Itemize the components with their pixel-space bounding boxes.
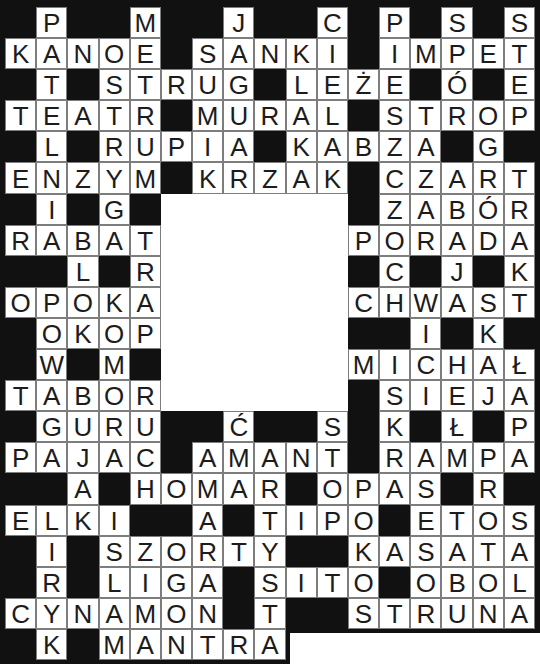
letter-cell-r3c6-M[interactable]: M (192, 100, 223, 131)
letter-cell-r9c1-P[interactable]: P (36, 287, 67, 318)
letter-cell-r19c14-U[interactable]: U (441, 598, 472, 629)
letter-cell-r16c14-T[interactable]: T (441, 505, 472, 536)
black-cell-r10c0 (5, 318, 36, 349)
letter-cell-r3c15-O[interactable]: O (473, 100, 504, 131)
letter-cell-r3c10-L[interactable]: L (317, 100, 348, 131)
letter-cell-r0c10-C[interactable]: C (317, 7, 348, 38)
letter-cell-r2c3-S[interactable]: S (99, 69, 130, 100)
letter-cell-r4c7-A[interactable]: A (223, 131, 254, 162)
black-cell-r4c14 (441, 131, 472, 162)
black-cell-r0c0 (5, 7, 36, 38)
letter-cell-r17c12-A[interactable]: A (379, 536, 410, 567)
black-cell-r0c5 (161, 7, 192, 38)
letter-cell-r5c12-C[interactable]: C (379, 162, 410, 193)
letter-cell-r17c11-K[interactable]: K (348, 536, 379, 567)
image-window-area (161, 349, 192, 380)
letter-cell-r17c15-T[interactable]: T (473, 536, 504, 567)
letter-cell-r13c3-R[interactable]: R (99, 411, 130, 442)
letter-cell-r6c3-G[interactable]: G (99, 194, 130, 225)
image-window-area (192, 287, 223, 318)
letter-cell-r3c8-R[interactable]: R (254, 100, 285, 131)
letter-cell-r15c7-A[interactable]: A (223, 473, 254, 504)
letter-cell-r20c8-A[interactable]: A (254, 629, 285, 660)
letter-cell-r3c3-T[interactable]: T (99, 100, 130, 131)
letter-cell-r14c13-A[interactable]: A (410, 442, 441, 473)
letter-cell-r18c10-T[interactable]: T (317, 567, 348, 598)
black-cell-r19c9 (286, 598, 317, 629)
letter-cell-r5c0-E[interactable]: E (5, 162, 36, 193)
letter-cell-r18c13-O[interactable]: O (410, 567, 441, 598)
letter-cell-r5c10-K[interactable]: K (317, 162, 348, 193)
letter-cell-r7c2-B[interactable]: B (67, 225, 98, 256)
letter-cell-r15c4-H[interactable]: H (130, 473, 161, 504)
letter-cell-r13c10-S[interactable]: S (317, 411, 348, 442)
image-window-area (192, 256, 223, 287)
image-window-area (286, 287, 317, 318)
letter-cell-r6c16-R[interactable]: R (504, 194, 535, 225)
letter-cell-r17c6-R[interactable]: R (192, 536, 223, 567)
letter-cell-r9c0-O[interactable]: O (5, 287, 36, 318)
black-cell-r6c0 (5, 194, 36, 225)
letter-cell-r1c16-T[interactable]: T (504, 38, 535, 69)
letter-cell-r7c4-T[interactable]: T (130, 225, 161, 256)
letter-cell-r1c13-M[interactable]: M (410, 38, 441, 69)
letter-cell-r10c3-O[interactable]: O (99, 318, 130, 349)
black-cell-r11c4 (130, 349, 161, 380)
image-window-area (161, 380, 192, 411)
letter-cell-r16c0-E[interactable]: E (5, 505, 36, 536)
image-window-area (286, 349, 317, 380)
image-window-area (286, 380, 317, 411)
letter-cell-r19c5-O[interactable]: O (161, 598, 192, 629)
letter-cell-r2c9-L[interactable]: L (286, 69, 317, 100)
black-cell-r0c8 (254, 7, 285, 38)
image-window-area (286, 256, 317, 287)
letter-cell-r16c3-I[interactable]: I (99, 505, 130, 536)
letter-cell-r5c15-R[interactable]: R (473, 162, 504, 193)
letter-cell-r11c3-M[interactable]: M (99, 349, 130, 380)
image-window-area (286, 194, 317, 225)
letter-cell-r7c12-O[interactable]: O (379, 225, 410, 256)
letter-cell-r0c12-P[interactable]: P (379, 7, 410, 38)
letter-cell-r13c7-Ć[interactable]: Ć (223, 411, 254, 442)
letter-cell-r7c13-R[interactable]: R (410, 225, 441, 256)
black-cell-r8c1 (36, 256, 67, 287)
letter-cell-r1c8-N[interactable]: N (254, 38, 285, 69)
letter-cell-r4c12-Z[interactable]: Z (379, 131, 410, 162)
letter-cell-r6c14-B[interactable]: B (441, 194, 472, 225)
letter-cell-r8c16-K[interactable]: K (504, 256, 535, 287)
letter-cell-r4c15-G[interactable]: G (473, 131, 504, 162)
black-cell-r12c11 (348, 380, 379, 411)
letter-cell-r19c3-A[interactable]: A (99, 598, 130, 629)
letter-cell-r0c16-S[interactable]: S (504, 7, 535, 38)
letter-cell-r5c6-K[interactable]: K (192, 162, 223, 193)
letter-cell-r12c16-A[interactable]: A (504, 380, 535, 411)
letter-cell-r19c2-N[interactable]: N (67, 598, 98, 629)
image-window-area (192, 318, 223, 349)
letter-cell-r6c1-I[interactable]: I (36, 194, 67, 225)
letter-cell-r8c14-J[interactable]: J (441, 256, 472, 287)
letter-cell-r2c1-T[interactable]: T (36, 69, 67, 100)
letter-cell-r15c2-A[interactable]: A (67, 473, 98, 504)
letter-cell-r3c7-U[interactable]: U (223, 100, 254, 131)
letter-cell-r1c1-A[interactable]: A (36, 38, 67, 69)
letter-cell-r14c6-A[interactable]: A (192, 442, 223, 473)
image-window-area (286, 225, 317, 256)
letter-cell-r5c1-N[interactable]: N (36, 162, 67, 193)
black-cell-r13c15 (473, 411, 504, 442)
letter-cell-r9c3-K[interactable]: K (99, 287, 130, 318)
letter-cell-r12c1-A[interactable]: A (36, 380, 67, 411)
letter-cell-r10c4-P[interactable]: P (130, 318, 161, 349)
letter-cell-r16c10-P[interactable]: P (317, 505, 348, 536)
letter-cell-r3c0-T[interactable]: T (5, 100, 36, 131)
outside-grid (286, 629, 317, 660)
letter-cell-r18c5-G[interactable]: G (161, 567, 192, 598)
letter-cell-r13c1-G[interactable]: G (36, 411, 67, 442)
letter-cell-r11c12-I[interactable]: I (379, 349, 410, 380)
letter-cell-r11c11-M[interactable]: M (348, 349, 379, 380)
outside-grid (348, 629, 379, 660)
letter-cell-r4c13-A[interactable]: A (410, 131, 441, 162)
letter-cell-r5c4-M[interactable]: M (130, 162, 161, 193)
letter-cell-r18c16-L[interactable]: L (504, 567, 535, 598)
letter-cell-r19c13-R[interactable]: R (410, 598, 441, 629)
letter-cell-r0c4-M[interactable]: M (130, 7, 161, 38)
letter-cell-r17c3-S[interactable]: S (99, 536, 130, 567)
letter-cell-r5c13-Z[interactable]: Z (410, 162, 441, 193)
image-window-area (254, 256, 285, 287)
letter-cell-r18c8-S[interactable]: S (254, 567, 285, 598)
letter-cell-r19c8-T[interactable]: T (254, 598, 285, 629)
letter-cell-r6c12-Z[interactable]: Z (379, 194, 410, 225)
letter-cell-r3c2-A[interactable]: A (67, 100, 98, 131)
image-window-area (317, 256, 348, 287)
letter-cell-r20c3-M[interactable]: M (99, 629, 130, 660)
letter-cell-r7c1-A[interactable]: A (36, 225, 67, 256)
letter-cell-r14c16-A[interactable]: A (504, 442, 535, 473)
letter-cell-r2c10-E[interactable]: E (317, 69, 348, 100)
black-cell-r2c0 (5, 69, 36, 100)
letter-cell-r3c13-T[interactable]: T (410, 100, 441, 131)
letter-cell-r16c15-O[interactable]: O (473, 505, 504, 536)
letter-cell-r19c11-S[interactable]: S (348, 598, 379, 629)
black-cell-r17c0 (5, 536, 36, 567)
black-cell-r10c16 (504, 318, 535, 349)
letter-cell-r16c2-K[interactable]: K (67, 505, 98, 536)
letter-cell-r14c12-R[interactable]: R (379, 442, 410, 473)
letter-cell-r7c3-A[interactable]: A (99, 225, 130, 256)
letter-cell-r4c3-R[interactable]: R (99, 131, 130, 162)
letter-cell-r4c5-P[interactable]: P (161, 131, 192, 162)
letter-cell-r5c8-Z[interactable]: Z (254, 162, 285, 193)
letter-cell-r2c6-U[interactable]: U (192, 69, 223, 100)
letter-cell-r15c15-R[interactable]: R (473, 473, 504, 504)
letter-cell-r19c6-N[interactable]: N (192, 598, 223, 629)
black-cell-r19c10 (317, 598, 348, 629)
outside-grid (504, 629, 535, 660)
letter-cell-r14c0-P[interactable]: P (5, 442, 36, 473)
letter-cell-r1c2-N[interactable]: N (67, 38, 98, 69)
letter-cell-r4c1-L[interactable]: L (36, 131, 67, 162)
letter-cell-r18c6-A[interactable]: A (192, 567, 223, 598)
letter-cell-r18c15-O[interactable]: O (473, 567, 504, 598)
letter-cell-r7c15-D[interactable]: D (473, 225, 504, 256)
black-cell-r18c0 (5, 567, 36, 598)
black-cell-r0c11 (348, 7, 379, 38)
letter-cell-r11c16-Ł[interactable]: Ł (504, 349, 535, 380)
letter-cell-r8c4-R[interactable]: R (130, 256, 161, 287)
letter-cell-r15c13-S[interactable]: S (410, 473, 441, 504)
letter-cell-r7c0-R[interactable]: R (5, 225, 36, 256)
letter-cell-r14c2-J[interactable]: J (67, 442, 98, 473)
black-cell-r2c8 (254, 69, 285, 100)
image-window-area (254, 225, 285, 256)
letter-cell-r16c1-L[interactable]: L (36, 505, 67, 536)
black-cell-r15c9 (286, 473, 317, 504)
black-cell-r0c3 (99, 7, 130, 38)
letter-cell-r15c11-P[interactable]: P (348, 473, 379, 504)
letter-cell-r9c2-O[interactable]: O (67, 287, 98, 318)
letter-cell-r14c14-M[interactable]: M (441, 442, 472, 473)
letter-cell-r5c9-A[interactable]: A (286, 162, 317, 193)
letter-cell-r3c16-P[interactable]: P (504, 100, 535, 131)
letter-cell-r2c5-R[interactable]: R (161, 69, 192, 100)
black-cell-r20c2 (67, 629, 98, 660)
letter-cell-r17c7-T[interactable]: T (223, 536, 254, 567)
letter-cell-r9c13-W[interactable]: W (410, 287, 441, 318)
letter-cell-r9c11-C[interactable]: C (348, 287, 379, 318)
black-cell-r0c9 (286, 7, 317, 38)
letter-cell-r12c2-B[interactable]: B (67, 380, 98, 411)
letter-cell-r12c0-T[interactable]: T (5, 380, 36, 411)
letter-cell-r3c9-A[interactable]: A (286, 100, 317, 131)
letter-cell-r19c4-M[interactable]: M (130, 598, 161, 629)
black-cell-r17c2 (67, 536, 98, 567)
letter-cell-r19c12-T[interactable]: T (379, 598, 410, 629)
letter-cell-r10c15-K[interactable]: K (473, 318, 504, 349)
letter-cell-r1c9-K[interactable]: K (286, 38, 317, 69)
letter-cell-r12c14-E[interactable]: E (441, 380, 472, 411)
letter-cell-r7c11-P[interactable]: P (348, 225, 379, 256)
letter-cell-r14c3-A[interactable]: A (99, 442, 130, 473)
letter-cell-r10c2-K[interactable]: K (67, 318, 98, 349)
letter-cell-r15c6-M[interactable]: M (192, 473, 223, 504)
letter-cell-r6c15-Ó[interactable]: Ó (473, 194, 504, 225)
image-window-area (254, 318, 285, 349)
letter-cell-r9c12-H[interactable]: H (379, 287, 410, 318)
letter-cell-r9c15-S[interactable]: S (473, 287, 504, 318)
letter-cell-r2c16-E[interactable]: E (504, 69, 535, 100)
letter-cell-r20c5-N[interactable]: N (161, 629, 192, 660)
letter-cell-r16c16-S[interactable]: S (504, 505, 535, 536)
black-cell-r10c14 (441, 318, 472, 349)
letter-cell-r0c14-S[interactable]: S (441, 7, 472, 38)
letter-cell-r2c11-Ż[interactable]: Ż (348, 69, 379, 100)
letter-cell-r20c7-R[interactable]: R (223, 629, 254, 660)
letter-cell-r14c9-N[interactable]: N (286, 442, 317, 473)
letter-cell-r17c14-A[interactable]: A (441, 536, 472, 567)
letter-cell-r16c11-O[interactable]: O (348, 505, 379, 536)
black-cell-r4c2 (67, 131, 98, 162)
letter-cell-r9c14-A[interactable]: A (441, 287, 472, 318)
letter-cell-r4c9-K[interactable]: K (286, 131, 317, 162)
letter-cell-r4c6-I[interactable]: I (192, 131, 223, 162)
letter-cell-r3c4-R[interactable]: R (130, 100, 161, 131)
letter-cell-r2c7-G[interactable]: G (223, 69, 254, 100)
letter-cell-r16c13-E[interactable]: E (410, 505, 441, 536)
letter-cell-r16c6-A[interactable]: A (192, 505, 223, 536)
letter-cell-r0c1-P[interactable]: P (36, 7, 67, 38)
letter-cell-r14c10-T[interactable]: T (317, 442, 348, 473)
letter-cell-r9c4-A[interactable]: A (130, 287, 161, 318)
letter-cell-r12c3-O[interactable]: O (99, 380, 130, 411)
letter-cell-r16c9-I[interactable]: I (286, 505, 317, 536)
black-cell-r0c13 (410, 7, 441, 38)
letter-cell-r5c3-Y[interactable]: Y (99, 162, 130, 193)
black-cell-r8c0 (5, 256, 36, 287)
black-cell-r15c0 (5, 473, 36, 504)
letter-cell-r18c9-I[interactable]: I (286, 567, 317, 598)
letter-cell-r16c8-T[interactable]: T (254, 505, 285, 536)
black-cell-r5c5 (161, 162, 192, 193)
letter-cell-r12c4-R[interactable]: R (130, 380, 161, 411)
letter-cell-r14c7-M[interactable]: M (223, 442, 254, 473)
image-window-area (317, 225, 348, 256)
letter-cell-r18c11-O[interactable]: O (348, 567, 379, 598)
letter-cell-r7c16-A[interactable]: A (504, 225, 535, 256)
letter-cell-r19c1-Y[interactable]: Y (36, 598, 67, 629)
image-window-area (254, 380, 285, 411)
letter-cell-r17c4-Z[interactable]: Z (130, 536, 161, 567)
letter-cell-r17c5-O[interactable]: O (161, 536, 192, 567)
letter-cell-r11c14-H[interactable]: H (441, 349, 472, 380)
letter-cell-r19c16-A[interactable]: A (504, 598, 535, 629)
letter-cell-r1c4-E[interactable]: E (130, 38, 161, 69)
letter-cell-r13c14-Ł[interactable]: Ł (441, 411, 472, 442)
letter-cell-r8c12-C[interactable]: C (379, 256, 410, 287)
letter-cell-r15c5-O[interactable]: O (161, 473, 192, 504)
letter-cell-r10c13-I[interactable]: I (410, 318, 441, 349)
letter-cell-r7c14-A[interactable]: A (441, 225, 472, 256)
letter-cell-r18c1-R[interactable]: R (36, 567, 67, 598)
letter-cell-r1c15-E[interactable]: E (473, 38, 504, 69)
black-cell-r0c6 (192, 7, 223, 38)
letter-cell-r15c8-R[interactable]: R (254, 473, 285, 504)
letter-cell-r0c7-J[interactable]: J (223, 7, 254, 38)
image-window-area (254, 194, 285, 225)
letter-cell-r1c14-P[interactable]: P (441, 38, 472, 69)
letter-cell-r11c13-C[interactable]: C (410, 349, 441, 380)
letter-cell-r3c12-S[interactable]: S (379, 100, 410, 131)
outside-grid (441, 629, 472, 660)
letter-cell-r18c4-I[interactable]: I (130, 567, 161, 598)
letter-cell-r15c10-O[interactable]: O (317, 473, 348, 504)
black-cell-r13c11 (348, 411, 379, 442)
letter-cell-r19c0-C[interactable]: C (5, 598, 36, 629)
black-cell-r8c11 (348, 256, 379, 287)
letter-cell-r18c14-B[interactable]: B (441, 567, 472, 598)
letter-cell-r2c12-E[interactable]: E (379, 69, 410, 100)
letter-cell-r1c10-I[interactable]: I (317, 38, 348, 69)
black-cell-r5c11 (348, 162, 379, 193)
black-cell-r16c4 (130, 505, 161, 536)
letter-cell-r12c13-I[interactable]: I (410, 380, 441, 411)
letter-cell-r17c13-S[interactable]: S (410, 536, 441, 567)
letter-cell-r13c4-U[interactable]: U (130, 411, 161, 442)
letter-cell-r2c14-Ó[interactable]: Ó (441, 69, 472, 100)
image-window-area (161, 194, 192, 225)
black-cell-r16c12 (379, 505, 410, 536)
outside-grid (410, 629, 441, 660)
letter-cell-r3c14-R[interactable]: R (441, 100, 472, 131)
image-window-area (192, 380, 223, 411)
letter-cell-r1c3-O[interactable]: O (99, 38, 130, 69)
letter-cell-r5c7-R[interactable]: R (223, 162, 254, 193)
letter-cell-r14c8-A[interactable]: A (254, 442, 285, 473)
outside-grid (317, 629, 348, 660)
letter-cell-r19c15-N[interactable]: N (473, 598, 504, 629)
letter-cell-r12c12-S[interactable]: S (379, 380, 410, 411)
letter-cell-r18c3-L[interactable]: L (99, 567, 130, 598)
image-window-area (254, 287, 285, 318)
letter-cell-r13c2-U[interactable]: U (67, 411, 98, 442)
letter-cell-r4c10-A[interactable]: A (317, 131, 348, 162)
letter-cell-r9c16-T[interactable]: T (504, 287, 535, 318)
letter-cell-r12c15-J[interactable]: J (473, 380, 504, 411)
image-window-area (286, 318, 317, 349)
letter-cell-r10c1-O[interactable]: O (36, 318, 67, 349)
black-cell-r15c1 (36, 473, 67, 504)
black-cell-r18c7 (223, 567, 254, 598)
letter-cell-r17c8-Y[interactable]: Y (254, 536, 285, 567)
black-cell-r15c16 (504, 473, 535, 504)
black-cell-r4c8 (254, 131, 285, 162)
letter-cell-r17c16-A[interactable]: A (504, 536, 535, 567)
black-cell-r0c15 (473, 7, 504, 38)
letter-cell-r20c6-T[interactable]: T (192, 629, 223, 660)
letter-cell-r15c12-A[interactable]: A (379, 473, 410, 504)
black-cell-r17c10 (317, 536, 348, 567)
black-cell-r3c5 (161, 100, 192, 131)
letter-cell-r14c15-P[interactable]: P (473, 442, 504, 473)
letter-cell-r14c4-C[interactable]: C (130, 442, 161, 473)
letter-cell-r20c1-K[interactable]: K (36, 629, 67, 660)
letter-cell-r17c1-I[interactable]: I (36, 536, 67, 567)
letter-cell-r1c6-S[interactable]: S (192, 38, 223, 69)
black-cell-r6c11 (348, 194, 379, 225)
letter-cell-r4c4-U[interactable]: U (130, 131, 161, 162)
letter-cell-r2c4-T[interactable]: T (130, 69, 161, 100)
letter-cell-r11c1-W[interactable]: W (36, 349, 67, 380)
letter-cell-r1c7-A[interactable]: A (223, 38, 254, 69)
letter-cell-r11c15-A[interactable]: A (473, 349, 504, 380)
letter-cell-r1c12-I[interactable]: I (379, 38, 410, 69)
letter-cell-r5c2-Z[interactable]: Z (67, 162, 98, 193)
letter-cell-r4c11-B[interactable]: B (348, 131, 379, 162)
letter-cell-r14c1-A[interactable]: A (36, 442, 67, 473)
letter-cell-r8c2-L[interactable]: L (67, 256, 98, 287)
letter-cell-r1c0-K[interactable]: K (5, 38, 36, 69)
letter-cell-r3c1-E[interactable]: E (36, 100, 67, 131)
letter-cell-r20c4-A[interactable]: A (130, 629, 161, 660)
letter-cell-r6c13-A[interactable]: A (410, 194, 441, 225)
letter-cell-r13c12-K[interactable]: K (379, 411, 410, 442)
letter-cell-r5c16-T[interactable]: T (504, 162, 535, 193)
letter-cell-r13c16-P[interactable]: P (504, 411, 535, 442)
letter-cell-r5c14-A[interactable]: A (441, 162, 472, 193)
